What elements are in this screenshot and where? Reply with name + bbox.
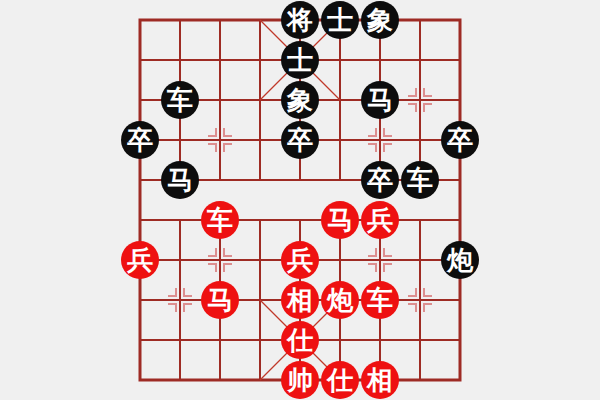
piece-red-advisor[interactable]: 仕	[321, 361, 359, 399]
piece-red-soldier[interactable]: 兵	[281, 241, 319, 279]
piece-black-soldier[interactable]: 卒	[441, 121, 479, 159]
intersection-5-9: 仕	[320, 360, 360, 400]
piece-red-general[interactable]: 帅	[281, 361, 319, 399]
intersection-1-2: 车	[160, 80, 200, 120]
piece-black-soldier[interactable]: 卒	[121, 121, 159, 159]
intersection-2-7: 马	[200, 280, 240, 320]
piece-red-chariot[interactable]: 车	[361, 281, 399, 319]
intersection-0-6: 兵	[120, 240, 160, 280]
piece-black-cannon[interactable]: 炮	[441, 241, 479, 279]
intersection-0-3: 卒	[120, 120, 160, 160]
intersection-7-4: 车	[400, 160, 440, 200]
xiangqi-board-area: 将士象士车象马卒卒卒马卒车炮车马兵兵兵马相炮车仕帅仕相	[0, 0, 600, 400]
piece-black-general[interactable]: 将	[281, 1, 319, 39]
piece-red-horse[interactable]: 马	[201, 281, 239, 319]
intersection-1-4: 马	[160, 160, 200, 200]
intersection-5-5: 马	[320, 200, 360, 240]
piece-red-cannon[interactable]: 炮	[321, 281, 359, 319]
intersection-8-6: 炮	[440, 240, 480, 280]
piece-red-elephant[interactable]: 相	[281, 281, 319, 319]
piece-black-horse[interactable]: 马	[361, 81, 399, 119]
piece-red-soldier[interactable]: 兵	[121, 241, 159, 279]
piece-black-elephant[interactable]: 象	[281, 81, 319, 119]
intersection-4-9: 帅	[280, 360, 320, 400]
piece-red-chariot[interactable]: 车	[201, 201, 239, 239]
piece-red-advisor[interactable]: 仕	[281, 321, 319, 359]
intersection-6-7: 车	[360, 280, 400, 320]
piece-black-chariot[interactable]: 车	[161, 81, 199, 119]
piece-black-horse[interactable]: 马	[161, 161, 199, 199]
intersection-4-7: 相	[280, 280, 320, 320]
piece-red-elephant[interactable]: 相	[361, 361, 399, 399]
xiangqi-board[interactable]: 将士象士车象马卒卒卒马卒车炮车马兵兵兵马相炮车仕帅仕相	[120, 0, 480, 400]
piece-black-chariot[interactable]: 车	[401, 161, 439, 199]
intersection-4-1: 士	[280, 40, 320, 80]
intersection-8-3: 卒	[440, 120, 480, 160]
intersection-6-2: 马	[360, 80, 400, 120]
piece-black-soldier[interactable]: 卒	[361, 161, 399, 199]
intersection-6-9: 相	[360, 360, 400, 400]
intersection-5-7: 炮	[320, 280, 360, 320]
intersection-4-6: 兵	[280, 240, 320, 280]
intersection-4-3: 卒	[280, 120, 320, 160]
intersection-2-5: 车	[200, 200, 240, 240]
piece-red-horse[interactable]: 马	[321, 201, 359, 239]
intersection-6-0: 象	[360, 0, 400, 40]
intersection-6-5: 兵	[360, 200, 400, 240]
intersection-6-4: 卒	[360, 160, 400, 200]
piece-black-elephant[interactable]: 象	[361, 1, 399, 39]
piece-red-soldier[interactable]: 兵	[361, 201, 399, 239]
intersection-4-8: 仕	[280, 320, 320, 360]
intersection-5-0: 士	[320, 0, 360, 40]
piece-black-advisor[interactable]: 士	[281, 41, 319, 79]
intersection-4-2: 象	[280, 80, 320, 120]
piece-black-advisor[interactable]: 士	[321, 1, 359, 39]
intersection-4-0: 将	[280, 0, 320, 40]
piece-black-soldier[interactable]: 卒	[281, 121, 319, 159]
